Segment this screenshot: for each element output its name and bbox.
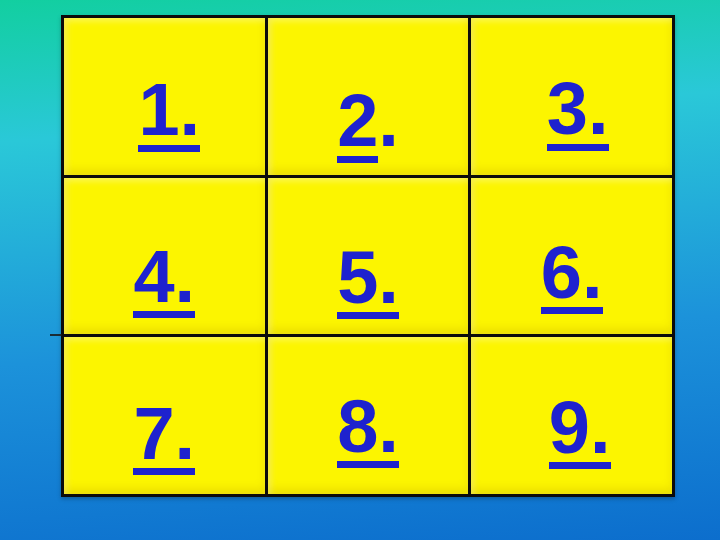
cell-3-link[interactable]: 3.	[547, 72, 609, 150]
cell-6-link[interactable]: 6.	[541, 236, 603, 314]
cell-9-number-text: 9.	[549, 398, 611, 469]
slide-background: 1. 2. 3. 4. 5. 6. 7. 8. 9.	[0, 0, 720, 540]
cell-8-number-text: 8.	[337, 397, 399, 468]
cell-3-number-text: 3.	[547, 79, 609, 150]
cell-6: 6.	[471, 178, 672, 335]
cell-8-link[interactable]: 8.	[337, 390, 399, 468]
cell-5-link[interactable]: 5.	[337, 241, 399, 319]
cell-4-number-text: 4.	[133, 247, 195, 318]
cell-3: 3.	[471, 18, 672, 175]
game-board: 1. 2. 3. 4. 5. 6. 7. 8. 9.	[61, 15, 675, 497]
cell-7: 7.	[64, 337, 265, 494]
cell-1: 1.	[64, 18, 265, 175]
cell-4-link[interactable]: 4.	[133, 240, 195, 318]
cell-1-number-text: 1.	[138, 80, 200, 151]
cell-9: 9.	[471, 337, 672, 494]
cell-7-number-text: 7.	[133, 404, 195, 475]
cell-7-link[interactable]: 7.	[133, 397, 195, 475]
cell-5: 5.	[268, 178, 469, 335]
cell-4: 4.	[64, 178, 265, 335]
cell-6-number-text: 6.	[541, 243, 603, 314]
cell-8: 8.	[268, 337, 469, 494]
cell-5-number-text: 5.	[337, 248, 399, 319]
grid-line-artifact	[50, 334, 62, 336]
cell-2-number-text: 2	[337, 91, 378, 162]
cell-1-link[interactable]: 1.	[138, 73, 200, 151]
cell-2: 2.	[268, 18, 469, 175]
cell-2-period-text: .	[378, 91, 399, 155]
cell-2-link[interactable]: 2.	[337, 84, 399, 162]
cell-9-link[interactable]: 9.	[549, 391, 611, 469]
